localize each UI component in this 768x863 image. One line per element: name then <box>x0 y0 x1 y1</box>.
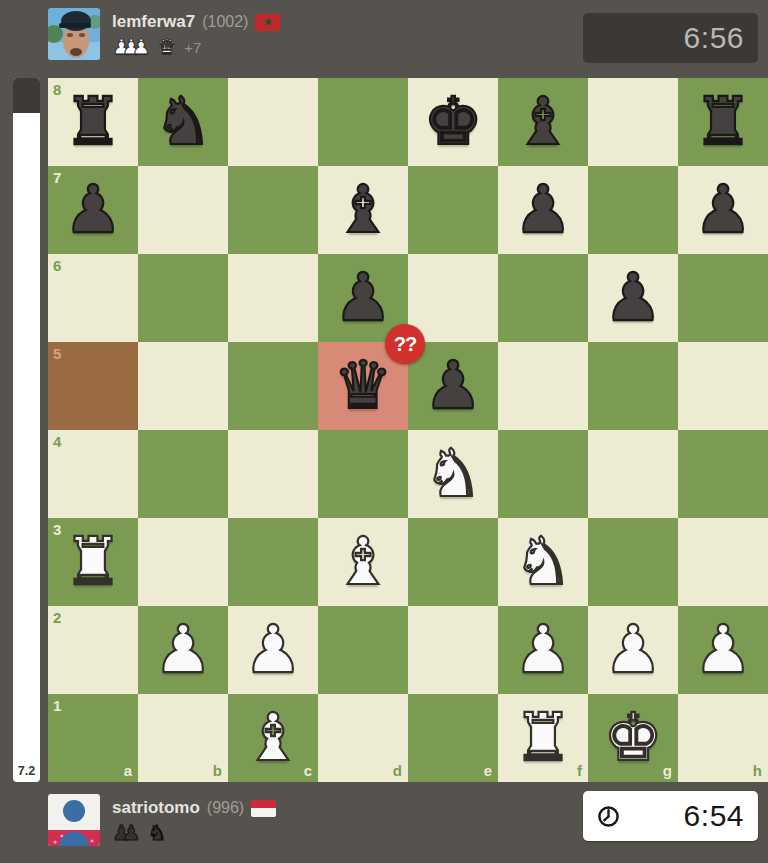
square-h1[interactable]: h <box>678 694 768 782</box>
black-rook[interactable]: ♜ <box>693 78 752 166</box>
square-f3[interactable]: ♞ <box>498 518 588 606</box>
square-h2[interactable]: ♟ <box>678 606 768 694</box>
square-f6[interactable] <box>498 254 588 342</box>
square-g3[interactable] <box>588 518 678 606</box>
square-f7[interactable]: ♟ <box>498 166 588 254</box>
black-pawn[interactable]: ♟ <box>333 254 392 342</box>
white-pawn[interactable]: ♟ <box>693 606 752 694</box>
default-avatar-icon <box>48 794 100 846</box>
player-bottom-avatar[interactable] <box>48 794 100 846</box>
player-bottom-rating: (996) <box>207 799 244 817</box>
white-bishop[interactable]: ♝ <box>333 518 392 606</box>
chess-game-screen: lemferwa7 (1002) ★ ♟♟♟♛ +7 6:56 7.2 8♜♞♚… <box>0 0 768 863</box>
player-top-name[interactable]: lemferwa7 <box>112 12 195 32</box>
square-f1[interactable]: f♜ <box>498 694 588 782</box>
clock-top-time: 6:56 <box>684 21 744 55</box>
clock-bottom-time: 6:54 <box>684 799 744 833</box>
square-g5[interactable] <box>588 342 678 430</box>
square-d1[interactable]: d <box>318 694 408 782</box>
square-h5[interactable] <box>678 342 768 430</box>
square-b7[interactable] <box>138 166 228 254</box>
rank-label-4: 4 <box>53 434 61 449</box>
white-pawn[interactable]: ♟ <box>243 606 302 694</box>
rank-label-7: 7 <box>53 170 61 185</box>
player-bottom-captured-pieces: ♟♟♞ <box>112 821 276 845</box>
rank-label-6: 6 <box>53 258 61 273</box>
player-top-rating: (1002) <box>202 13 248 31</box>
square-c4[interactable] <box>228 430 318 518</box>
chess-board[interactable]: 8♜♞♚♝♜7♟♝♟♟6♟♟5♛♟4♞3♜♝♞2♟♟♟♟♟1abc♝def♜g♚… <box>48 78 768 782</box>
black-knight[interactable]: ♞ <box>153 78 212 166</box>
rank-label-5: 5 <box>53 346 61 361</box>
square-a2[interactable]: 2 <box>48 606 138 694</box>
avatar-photo <box>48 8 100 60</box>
clock-top: 6:56 <box>583 13 758 63</box>
file-label-c: c <box>304 763 312 778</box>
white-knight[interactable]: ♞ <box>423 430 482 518</box>
evaluation-bar: 7.2 <box>13 78 40 782</box>
square-d4[interactable] <box>318 430 408 518</box>
rank-label-2: 2 <box>53 610 61 625</box>
black-rook[interactable]: ♜ <box>63 78 122 166</box>
square-a6[interactable]: 6 <box>48 254 138 342</box>
black-pawn[interactable]: ♟ <box>63 166 122 254</box>
clock-icon <box>597 805 620 828</box>
black-pawn[interactable]: ♟ <box>513 166 572 254</box>
square-g8[interactable] <box>588 78 678 166</box>
captured-pawn-icon: ♟ <box>122 821 141 845</box>
captured-knight-icon: ♞ <box>148 821 167 845</box>
evaluation-black-portion <box>13 78 40 113</box>
white-pawn[interactable]: ♟ <box>603 606 662 694</box>
square-e8[interactable]: ♚ <box>408 78 498 166</box>
file-label-e: e <box>484 763 492 778</box>
square-b4[interactable] <box>138 430 228 518</box>
square-e4[interactable]: ♞ <box>408 430 498 518</box>
square-a8[interactable]: 8♜ <box>48 78 138 166</box>
player-top-captured-pieces: ♟♟♟♛ +7 <box>112 35 280 59</box>
square-f5[interactable] <box>498 342 588 430</box>
square-h3[interactable] <box>678 518 768 606</box>
square-c1[interactable]: c♝ <box>228 694 318 782</box>
square-c7[interactable] <box>228 166 318 254</box>
square-h4[interactable] <box>678 430 768 518</box>
material-advantage: +7 <box>184 39 201 56</box>
black-pawn[interactable]: ♟ <box>603 254 662 342</box>
black-bishop[interactable]: ♝ <box>513 78 572 166</box>
square-a4[interactable]: 4 <box>48 430 138 518</box>
square-g7[interactable] <box>588 166 678 254</box>
white-bishop[interactable]: ♝ <box>243 694 302 782</box>
square-f2[interactable]: ♟ <box>498 606 588 694</box>
rank-label-3: 3 <box>53 522 61 537</box>
square-f8[interactable]: ♝ <box>498 78 588 166</box>
square-g2[interactable]: ♟ <box>588 606 678 694</box>
clock-bottom: 6:54 <box>583 791 758 841</box>
white-king[interactable]: ♚ <box>603 694 662 782</box>
black-queen[interactable]: ♛ <box>333 342 392 430</box>
player-top-info: lemferwa7 (1002) ★ ♟♟♟♛ +7 <box>112 12 280 59</box>
square-g6[interactable]: ♟ <box>588 254 678 342</box>
white-knight[interactable]: ♞ <box>513 518 572 606</box>
square-d7[interactable]: ♝ <box>318 166 408 254</box>
square-c8[interactable] <box>228 78 318 166</box>
square-h8[interactable]: ♜ <box>678 78 768 166</box>
square-e2[interactable] <box>408 606 498 694</box>
file-label-g: g <box>663 763 672 778</box>
square-e6[interactable] <box>408 254 498 342</box>
square-d8[interactable] <box>318 78 408 166</box>
square-d3[interactable]: ♝ <box>318 518 408 606</box>
square-d2[interactable] <box>318 606 408 694</box>
captured-pawn-icon: ♟ <box>132 35 151 59</box>
rank-label-1: 1 <box>53 698 61 713</box>
player-top-avatar[interactable] <box>48 8 100 60</box>
white-pawn[interactable]: ♟ <box>513 606 572 694</box>
square-e7[interactable] <box>408 166 498 254</box>
file-label-h: h <box>753 763 762 778</box>
square-a3[interactable]: 3♜ <box>48 518 138 606</box>
white-rook[interactable]: ♜ <box>513 694 572 782</box>
blunder-annotation: ?? <box>394 333 416 356</box>
square-a7[interactable]: 7♟ <box>48 166 138 254</box>
square-e1[interactable]: e <box>408 694 498 782</box>
captured-queen-icon: ♛ <box>157 35 176 59</box>
player-bottom-info: satriotomo (996) ♟♟♞ <box>112 798 276 845</box>
square-b8[interactable]: ♞ <box>138 78 228 166</box>
square-b1[interactable]: b <box>138 694 228 782</box>
square-h6[interactable] <box>678 254 768 342</box>
white-rook[interactable]: ♜ <box>63 518 122 606</box>
square-g1[interactable]: g♚ <box>588 694 678 782</box>
white-pawn[interactable]: ♟ <box>153 606 212 694</box>
square-a1[interactable]: 1a <box>48 694 138 782</box>
file-label-a: a <box>124 763 132 778</box>
square-e3[interactable] <box>408 518 498 606</box>
square-c2[interactable]: ♟ <box>228 606 318 694</box>
black-bishop[interactable]: ♝ <box>333 166 392 254</box>
black-king[interactable]: ♚ <box>423 78 482 166</box>
square-c6[interactable] <box>228 254 318 342</box>
indonesia-flag-icon <box>251 800 276 817</box>
file-label-f: f <box>577 763 582 778</box>
square-g4[interactable] <box>588 430 678 518</box>
blunder-badge: ?? <box>385 324 425 364</box>
square-h7[interactable]: ♟ <box>678 166 768 254</box>
black-pawn[interactable]: ♟ <box>693 166 752 254</box>
square-a5[interactable]: 5 <box>48 342 138 430</box>
square-b3[interactable] <box>138 518 228 606</box>
morocco-flag-icon: ★ <box>255 14 280 31</box>
square-f4[interactable] <box>498 430 588 518</box>
file-label-b: b <box>213 763 222 778</box>
black-pawn[interactable]: ♟ <box>423 342 482 430</box>
evaluation-value: 7.2 <box>13 764 40 778</box>
square-b5[interactable] <box>138 342 228 430</box>
file-label-d: d <box>393 763 402 778</box>
player-bottom-name[interactable]: satriotomo <box>112 798 200 818</box>
square-c3[interactable] <box>228 518 318 606</box>
rank-label-8: 8 <box>53 82 61 97</box>
square-b6[interactable] <box>138 254 228 342</box>
square-c5[interactable] <box>228 342 318 430</box>
square-b2[interactable]: ♟ <box>138 606 228 694</box>
